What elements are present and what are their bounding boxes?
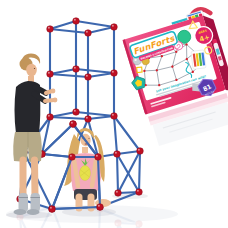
rod [76,21,114,27]
connector-ball [47,26,54,33]
rod [50,21,76,29]
boy-hand-lower [53,98,58,103]
connector-ball-highlight [96,155,98,157]
connector-ball [73,66,80,73]
connector-ball-highlight [48,115,50,117]
rod [50,69,76,74]
rod [88,27,114,33]
connector-ball [73,18,80,25]
rod [42,154,72,157]
boy-leg-right [35,160,36,196]
connector-ball-highlight [98,205,100,207]
connector-ball [111,24,118,31]
connector-ball-highlight [74,110,76,112]
rod [76,112,114,116]
connector-ball-highlight [86,31,88,33]
connector-ball-highlight [116,191,118,193]
boy-foot-right [27,209,40,215]
sticks-card [191,50,206,69]
rod [50,117,88,119]
rod [114,116,140,151]
connector-ball-highlight [70,155,72,157]
connector-ball-highlight [112,25,114,27]
connector-ball [49,206,56,213]
connector-ball-highlight [74,19,76,21]
connector-ball [136,189,143,196]
connector-ball [85,116,92,123]
connector-ball [114,151,121,158]
boy-face [26,64,37,77]
girl-neck [82,147,88,153]
connector-ball-highlight [112,71,114,73]
rod [117,154,118,193]
connector-ball [47,114,54,121]
rod [114,116,117,154]
rod [88,73,114,77]
connector-ball [69,154,76,161]
connector-ball-highlight [74,67,76,69]
connector-ball [97,204,104,211]
connector-ball [85,30,92,37]
connector-ball-highlight [86,117,88,119]
connector-ball-highlight [71,122,73,124]
connector-ball-highlight [50,207,52,209]
girl [64,128,111,208]
connector-ball-highlight [138,149,140,151]
connector-ball [70,121,77,128]
connector-ball [111,70,118,77]
rod [50,29,88,33]
connector-ball-highlight [112,114,114,116]
connector-ball [137,148,144,155]
connector-ball-highlight [48,27,50,29]
connector-ball-highlight [115,152,117,154]
rod [88,116,114,119]
pineapple-body [80,166,91,181]
rod [50,74,88,77]
connector-ball-highlight [48,72,50,74]
connector-ball [73,109,80,116]
girl-eye-right [88,138,89,139]
product-photo: FunForts BUILDING & CONSTRUCTION AGES 4+… [0,0,228,228]
connector-ball [47,71,54,78]
connector-ball-highlight [86,75,88,77]
connector-ball [115,190,122,197]
connector-ball [111,113,118,120]
connector-ball-highlight [137,190,139,192]
connector-ball [95,154,102,161]
connector-ball [85,74,92,81]
boy-hand-upper [51,89,56,94]
boy-foot-left [14,209,27,215]
boy-eye [34,68,35,69]
rod [139,151,140,192]
rod [76,69,114,73]
